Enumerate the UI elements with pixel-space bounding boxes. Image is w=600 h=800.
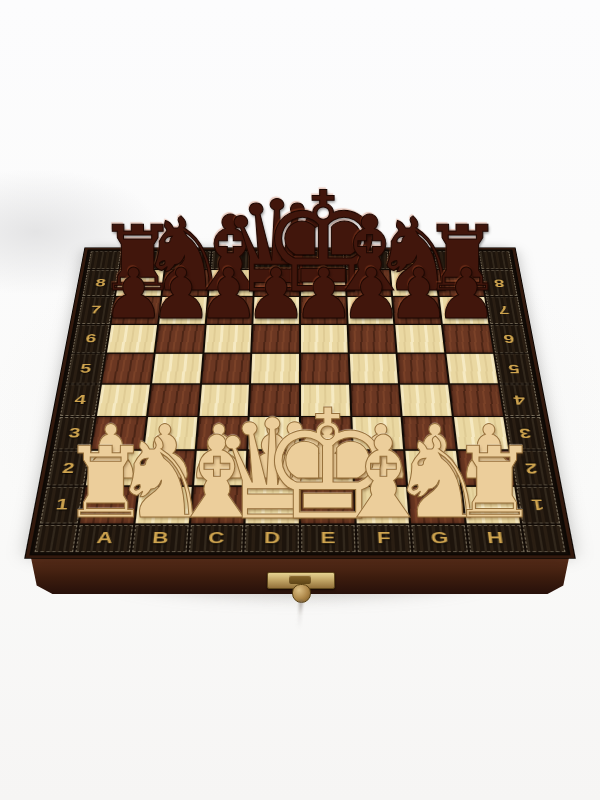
rank-label-text: 5 xyxy=(507,361,520,375)
clasp-catch xyxy=(289,575,311,584)
rank-label-right-5: 5 xyxy=(495,354,534,383)
square-g5[interactable] xyxy=(398,354,448,383)
piece-light-rook-h1[interactable]: ♜ xyxy=(450,434,538,533)
rank-label-text: 4 xyxy=(513,392,527,407)
square-h5[interactable] xyxy=(446,354,497,383)
rank-label-left-5: 5 xyxy=(66,354,105,383)
rank-label-text: 5 xyxy=(79,361,92,375)
square-b5[interactable] xyxy=(152,354,202,383)
square-a5[interactable] xyxy=(102,354,153,383)
piece-dark-pawn-h7[interactable]: ♟ xyxy=(435,259,498,329)
square-c5[interactable] xyxy=(202,354,251,383)
rank-label-text: 6 xyxy=(84,332,97,346)
rank-label-text: 4 xyxy=(73,392,87,407)
rank-label-text: 6 xyxy=(502,332,515,346)
